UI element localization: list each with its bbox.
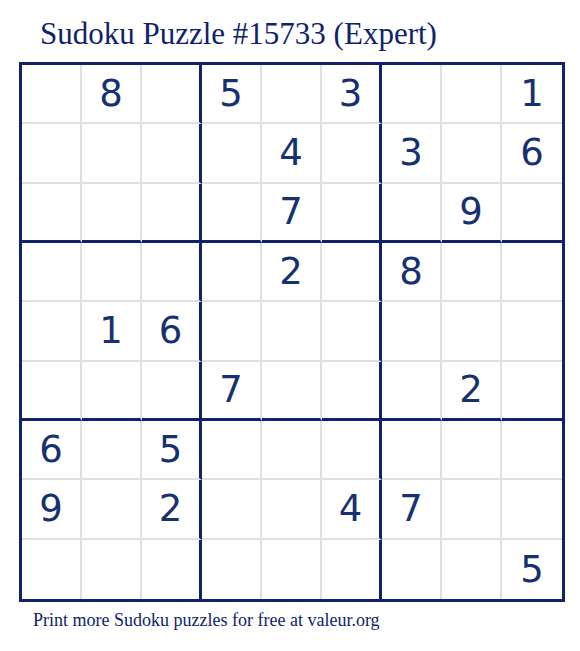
sudoku-cell-r1c2[interactable]: 8 xyxy=(82,65,142,124)
sudoku-cell-r8c2[interactable] xyxy=(82,480,142,539)
sudoku-cell-r8c9[interactable] xyxy=(502,480,562,539)
sudoku-cell-r4c1[interactable] xyxy=(22,243,82,302)
sudoku-cell-r5c1[interactable] xyxy=(22,302,82,361)
sudoku-cell-r2c1[interactable] xyxy=(22,124,82,183)
sudoku-cell-r2c6[interactable] xyxy=(322,124,382,183)
sudoku-cell-r9c9[interactable]: 5 xyxy=(502,540,562,599)
sudoku-cell-r4c2[interactable] xyxy=(82,243,142,302)
sudoku-cell-r4c4[interactable] xyxy=(202,243,262,302)
sudoku-cell-r6c5[interactable] xyxy=(262,362,322,421)
sudoku-cell-r1c8[interactable] xyxy=(442,65,502,124)
sudoku-cell-r3c7[interactable] xyxy=(382,184,442,243)
sudoku-cell-r3c3[interactable] xyxy=(142,184,202,243)
sudoku-cell-r6c6[interactable] xyxy=(322,362,382,421)
sudoku-cell-r2c7[interactable]: 3 xyxy=(382,124,442,183)
sudoku-cell-r6c3[interactable] xyxy=(142,362,202,421)
sudoku-cell-r5c7[interactable] xyxy=(382,302,442,361)
sudoku-cell-r6c9[interactable] xyxy=(502,362,562,421)
sudoku-cell-r1c5[interactable] xyxy=(262,65,322,124)
sudoku-cell-r3c2[interactable] xyxy=(82,184,142,243)
sudoku-cell-r3c4[interactable] xyxy=(202,184,262,243)
sudoku-cell-r8c3[interactable]: 2 xyxy=(142,480,202,539)
sudoku-cell-r9c1[interactable] xyxy=(22,540,82,599)
sudoku-cell-r9c3[interactable] xyxy=(142,540,202,599)
sudoku-cell-r7c1[interactable]: 6 xyxy=(22,421,82,480)
sudoku-cell-r6c4[interactable]: 7 xyxy=(202,362,262,421)
sudoku-cell-r3c8[interactable]: 9 xyxy=(442,184,502,243)
sudoku-cell-r6c2[interactable] xyxy=(82,362,142,421)
sudoku-cell-r2c4[interactable] xyxy=(202,124,262,183)
sudoku-cell-r7c7[interactable] xyxy=(382,421,442,480)
sudoku-cell-r5c2[interactable]: 1 xyxy=(82,302,142,361)
sudoku-cell-r1c6[interactable]: 3 xyxy=(322,65,382,124)
sudoku-cell-r4c8[interactable] xyxy=(442,243,502,302)
sudoku-cell-r2c8[interactable] xyxy=(442,124,502,183)
sudoku-cell-r2c3[interactable] xyxy=(142,124,202,183)
sudoku-cell-r9c8[interactable] xyxy=(442,540,502,599)
sudoku-cell-r4c9[interactable] xyxy=(502,243,562,302)
sudoku-cell-r9c7[interactable] xyxy=(382,540,442,599)
sudoku-cell-r2c9[interactable]: 6 xyxy=(502,124,562,183)
sudoku-cell-r1c9[interactable]: 1 xyxy=(502,65,562,124)
sudoku-cell-r3c1[interactable] xyxy=(22,184,82,243)
sudoku-cell-r2c2[interactable] xyxy=(82,124,142,183)
sudoku-cell-r4c3[interactable] xyxy=(142,243,202,302)
sudoku-cell-r5c4[interactable] xyxy=(202,302,262,361)
sudoku-cell-r8c8[interactable] xyxy=(442,480,502,539)
sudoku-cell-r9c2[interactable] xyxy=(82,540,142,599)
sudoku-cell-r4c5[interactable]: 2 xyxy=(262,243,322,302)
sudoku-cell-r7c3[interactable]: 5 xyxy=(142,421,202,480)
sudoku-cell-r5c5[interactable] xyxy=(262,302,322,361)
sudoku-cell-r2c5[interactable]: 4 xyxy=(262,124,322,183)
sudoku-cell-r8c7[interactable]: 7 xyxy=(382,480,442,539)
sudoku-cell-r5c8[interactable] xyxy=(442,302,502,361)
sudoku-cell-r8c1[interactable]: 9 xyxy=(22,480,82,539)
sudoku-cell-r9c4[interactable] xyxy=(202,540,262,599)
sudoku-cell-r1c3[interactable] xyxy=(142,65,202,124)
sudoku-cell-r7c8[interactable] xyxy=(442,421,502,480)
sudoku-page: Sudoku Puzzle #15733 (Expert) 8531436792… xyxy=(0,0,580,651)
sudoku-cell-r4c7[interactable]: 8 xyxy=(382,243,442,302)
sudoku-cell-r7c4[interactable] xyxy=(202,421,262,480)
sudoku-cell-r1c7[interactable] xyxy=(382,65,442,124)
sudoku-cell-r6c7[interactable] xyxy=(382,362,442,421)
sudoku-cell-r4c6[interactable] xyxy=(322,243,382,302)
sudoku-cell-r7c5[interactable] xyxy=(262,421,322,480)
sudoku-cell-r3c6[interactable] xyxy=(322,184,382,243)
footer-text: Print more Sudoku puzzles for free at va… xyxy=(33,610,380,631)
sudoku-cell-r6c1[interactable] xyxy=(22,362,82,421)
sudoku-cell-r3c9[interactable] xyxy=(502,184,562,243)
sudoku-cell-r5c9[interactable] xyxy=(502,302,562,361)
sudoku-cell-r8c4[interactable] xyxy=(202,480,262,539)
sudoku-cell-r9c6[interactable] xyxy=(322,540,382,599)
sudoku-cell-r8c5[interactable] xyxy=(262,480,322,539)
sudoku-cell-r7c6[interactable] xyxy=(322,421,382,480)
sudoku-cell-r8c6[interactable]: 4 xyxy=(322,480,382,539)
sudoku-cell-r1c1[interactable] xyxy=(22,65,82,124)
sudoku-cell-r3c5[interactable]: 7 xyxy=(262,184,322,243)
page-title: Sudoku Puzzle #15733 (Expert) xyxy=(40,16,437,52)
sudoku-cell-r6c8[interactable]: 2 xyxy=(442,362,502,421)
sudoku-board: 8531436792816726592475 xyxy=(19,62,565,602)
sudoku-cell-r5c3[interactable]: 6 xyxy=(142,302,202,361)
sudoku-cell-r7c9[interactable] xyxy=(502,421,562,480)
sudoku-cell-r9c5[interactable] xyxy=(262,540,322,599)
sudoku-cell-r1c4[interactable]: 5 xyxy=(202,65,262,124)
sudoku-cell-r5c6[interactable] xyxy=(322,302,382,361)
sudoku-cell-r7c2[interactable] xyxy=(82,421,142,480)
